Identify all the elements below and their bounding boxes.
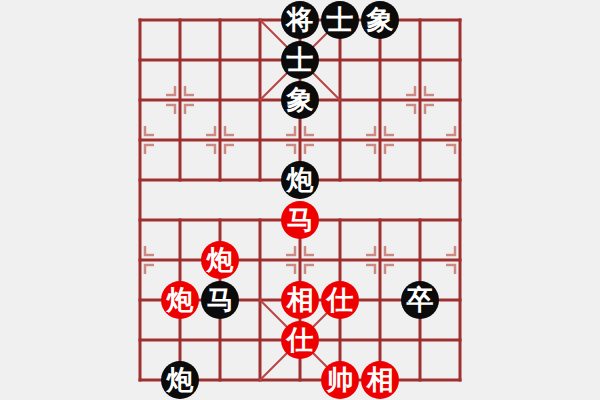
piece-black-horse[interactable]: 马 (201, 281, 239, 319)
piece-red-horse[interactable]: 马 (281, 201, 319, 239)
piece-black-elephant[interactable]: 象 (281, 81, 319, 119)
screen: 将士象士象炮马炮炮马相仕卒仕炮帅相 (0, 0, 600, 400)
piece-black-advisor[interactable]: 士 (281, 41, 319, 79)
piece-black-cannon[interactable]: 炮 (281, 161, 319, 199)
piece-red-elephant[interactable]: 相 (281, 281, 319, 319)
piece-red-advisor[interactable]: 仕 (281, 321, 319, 359)
piece-black-advisor[interactable]: 士 (321, 1, 359, 39)
xiangqi-board[interactable]: 将士象士象炮马炮炮马相仕卒仕炮帅相 (0, 0, 600, 400)
piece-black-elephant[interactable]: 象 (361, 1, 399, 39)
piece-black-general[interactable]: 将 (281, 1, 319, 39)
piece-black-soldier[interactable]: 卒 (401, 281, 439, 319)
piece-red-cannon[interactable]: 炮 (201, 241, 239, 279)
piece-red-general[interactable]: 帅 (321, 361, 359, 399)
piece-black-cannon[interactable]: 炮 (161, 361, 199, 399)
piece-red-elephant[interactable]: 相 (361, 361, 399, 399)
piece-red-cannon[interactable]: 炮 (161, 281, 199, 319)
piece-red-advisor[interactable]: 仕 (321, 281, 359, 319)
